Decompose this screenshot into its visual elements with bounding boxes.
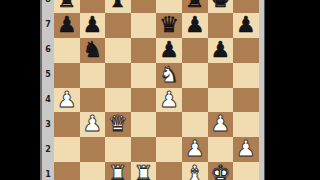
square-c6[interactable] bbox=[105, 38, 131, 63]
square-b6[interactable]: ♞ bbox=[80, 38, 106, 63]
square-h3[interactable] bbox=[233, 112, 259, 137]
white-rook[interactable]: ♜ bbox=[108, 162, 128, 180]
square-c4[interactable] bbox=[105, 88, 131, 113]
square-e4[interactable]: ♟ bbox=[156, 88, 182, 113]
square-a7[interactable]: ♟ bbox=[54, 13, 80, 38]
black-king[interactable]: ♚ bbox=[210, 0, 230, 13]
white-queen[interactable]: ♛ bbox=[108, 112, 128, 137]
square-g3[interactable]: ♟ bbox=[208, 112, 234, 137]
square-b5[interactable] bbox=[80, 63, 106, 88]
black-pawn[interactable]: ♟ bbox=[57, 13, 77, 38]
square-f8[interactable]: ♜ bbox=[182, 0, 208, 13]
square-g8[interactable]: ♚ bbox=[208, 0, 234, 13]
square-e8[interactable] bbox=[156, 0, 182, 13]
rank-label-2: 2 bbox=[42, 144, 54, 156]
rank-label-6: 6 bbox=[42, 44, 54, 56]
square-d8[interactable] bbox=[131, 0, 157, 13]
square-a5[interactable] bbox=[54, 63, 80, 88]
square-h7[interactable]: ♟ bbox=[233, 13, 259, 38]
black-pawn[interactable]: ♟ bbox=[236, 13, 256, 38]
square-b3[interactable]: ♟ bbox=[80, 112, 106, 137]
square-b1[interactable] bbox=[80, 162, 106, 180]
square-f6[interactable] bbox=[182, 38, 208, 63]
square-e6[interactable]: ♟ bbox=[156, 38, 182, 63]
square-c8[interactable]: ♝ bbox=[105, 0, 131, 13]
square-b4[interactable] bbox=[80, 88, 106, 113]
rank-label-5: 5 bbox=[42, 69, 54, 81]
chess-diagram: 87654321 ♜♝♜♚♟♟♛♟♟♞♟♟♞♟♟♟♛♟♟♟♜♜♝♚ bbox=[0, 0, 320, 180]
square-b8[interactable] bbox=[80, 0, 106, 13]
black-rook[interactable]: ♜ bbox=[185, 0, 205, 13]
square-h2[interactable]: ♟ bbox=[233, 137, 259, 162]
rank-label-8: 8 bbox=[42, 0, 54, 6]
square-c5[interactable] bbox=[105, 63, 131, 88]
white-king[interactable]: ♚ bbox=[210, 162, 230, 180]
square-g2[interactable] bbox=[208, 137, 234, 162]
square-a1[interactable] bbox=[54, 162, 80, 180]
square-e2[interactable] bbox=[156, 137, 182, 162]
square-c1[interactable]: ♜ bbox=[105, 162, 131, 180]
square-g1[interactable]: ♚ bbox=[208, 162, 234, 180]
square-h5[interactable] bbox=[233, 63, 259, 88]
square-h8[interactable] bbox=[233, 0, 259, 13]
square-d3[interactable] bbox=[131, 112, 157, 137]
square-d1[interactable]: ♜ bbox=[131, 162, 157, 180]
rank-label-3: 3 bbox=[42, 119, 54, 131]
black-pawn[interactable]: ♟ bbox=[83, 13, 103, 38]
black-pawn[interactable]: ♟ bbox=[159, 38, 179, 63]
white-pawn[interactable]: ♟ bbox=[185, 137, 205, 162]
square-a3[interactable] bbox=[54, 112, 80, 137]
square-g7[interactable] bbox=[208, 13, 234, 38]
square-d7[interactable] bbox=[131, 13, 157, 38]
black-pawn[interactable]: ♟ bbox=[185, 13, 205, 38]
square-h4[interactable] bbox=[233, 88, 259, 113]
square-e5[interactable]: ♞ bbox=[156, 63, 182, 88]
black-pawn[interactable]: ♟ bbox=[210, 38, 230, 63]
black-knight[interactable]: ♞ bbox=[83, 38, 103, 63]
square-e1[interactable] bbox=[156, 162, 182, 180]
square-c2[interactable] bbox=[105, 137, 131, 162]
square-c3[interactable]: ♛ bbox=[105, 112, 131, 137]
square-e7[interactable]: ♛ bbox=[156, 13, 182, 38]
white-pawn[interactable]: ♟ bbox=[210, 112, 230, 137]
square-f5[interactable] bbox=[182, 63, 208, 88]
white-knight[interactable]: ♞ bbox=[159, 63, 179, 88]
square-b2[interactable] bbox=[80, 137, 106, 162]
square-g5[interactable] bbox=[208, 63, 234, 88]
white-bishop[interactable]: ♝ bbox=[185, 162, 205, 180]
square-e3[interactable] bbox=[156, 112, 182, 137]
square-f7[interactable]: ♟ bbox=[182, 13, 208, 38]
square-g4[interactable] bbox=[208, 88, 234, 113]
white-pawn[interactable]: ♟ bbox=[57, 88, 77, 113]
white-pawn[interactable]: ♟ bbox=[83, 112, 103, 137]
square-a4[interactable]: ♟ bbox=[54, 88, 80, 113]
square-h6[interactable] bbox=[233, 38, 259, 63]
white-pawn[interactable]: ♟ bbox=[236, 137, 256, 162]
square-f3[interactable] bbox=[182, 112, 208, 137]
black-rook[interactable]: ♜ bbox=[57, 0, 77, 13]
square-a8[interactable]: ♜ bbox=[54, 0, 80, 13]
square-c7[interactable] bbox=[105, 13, 131, 38]
white-pawn[interactable]: ♟ bbox=[159, 88, 179, 113]
black-bishop[interactable]: ♝ bbox=[108, 0, 128, 13]
square-f1[interactable]: ♝ bbox=[182, 162, 208, 180]
square-f4[interactable] bbox=[182, 88, 208, 113]
square-g6[interactable]: ♟ bbox=[208, 38, 234, 63]
white-rook[interactable]: ♜ bbox=[134, 162, 154, 180]
board-right-frame bbox=[259, 0, 265, 180]
rank-label-1: 1 bbox=[42, 169, 54, 180]
square-f2[interactable]: ♟ bbox=[182, 137, 208, 162]
square-b7[interactable]: ♟ bbox=[80, 13, 106, 38]
square-d2[interactable] bbox=[131, 137, 157, 162]
square-a6[interactable] bbox=[54, 38, 80, 63]
chess-board: ♜♝♜♚♟♟♛♟♟♞♟♟♞♟♟♟♛♟♟♟♜♜♝♚ bbox=[54, 0, 259, 180]
rank-label-4: 4 bbox=[42, 94, 54, 106]
rank-label-7: 7 bbox=[42, 19, 54, 31]
square-a2[interactable] bbox=[54, 137, 80, 162]
square-d6[interactable] bbox=[131, 38, 157, 63]
rank-label-strip: 87654321 bbox=[40, 0, 54, 180]
square-d4[interactable] bbox=[131, 88, 157, 113]
black-queen[interactable]: ♛ bbox=[159, 13, 179, 38]
square-d5[interactable] bbox=[131, 63, 157, 88]
square-h1[interactable] bbox=[233, 162, 259, 180]
